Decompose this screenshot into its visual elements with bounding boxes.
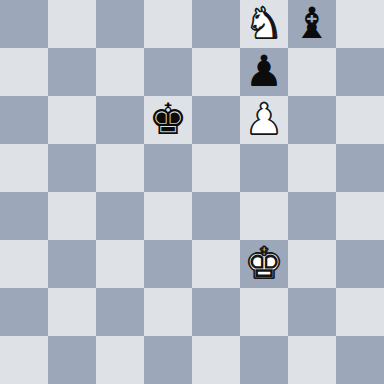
square-e7[interactable]	[192, 48, 240, 96]
square-h8[interactable]	[336, 0, 384, 48]
square-e6[interactable]	[192, 96, 240, 144]
square-f1[interactable]	[240, 336, 288, 384]
square-f6[interactable]: ♟	[240, 96, 288, 144]
white-pawn[interactable]: ♟	[245, 96, 284, 143]
square-a7[interactable]	[0, 48, 48, 96]
square-a1[interactable]	[0, 336, 48, 384]
square-c3[interactable]	[96, 240, 144, 288]
square-b7[interactable]	[48, 48, 96, 96]
square-e1[interactable]	[192, 336, 240, 384]
square-c2[interactable]	[96, 288, 144, 336]
square-f7[interactable]: ♟	[240, 48, 288, 96]
square-a4[interactable]	[0, 192, 48, 240]
square-e8[interactable]	[192, 0, 240, 48]
chess-board: ♞♝♟♚♟♚	[0, 0, 384, 384]
square-b6[interactable]	[48, 96, 96, 144]
square-h6[interactable]	[336, 96, 384, 144]
square-g8[interactable]: ♝	[288, 0, 336, 48]
square-f5[interactable]	[240, 144, 288, 192]
square-a6[interactable]	[0, 96, 48, 144]
square-g2[interactable]	[288, 288, 336, 336]
square-d8[interactable]	[144, 0, 192, 48]
square-d4[interactable]	[144, 192, 192, 240]
square-g7[interactable]	[288, 48, 336, 96]
square-c5[interactable]	[96, 144, 144, 192]
square-c1[interactable]	[96, 336, 144, 384]
black-bishop[interactable]: ♝	[293, 0, 332, 47]
square-b3[interactable]	[48, 240, 96, 288]
square-d6[interactable]: ♚	[144, 96, 192, 144]
square-d3[interactable]	[144, 240, 192, 288]
square-f8[interactable]: ♞	[240, 0, 288, 48]
square-b2[interactable]	[48, 288, 96, 336]
square-f3[interactable]: ♚	[240, 240, 288, 288]
square-d5[interactable]	[144, 144, 192, 192]
square-h5[interactable]	[336, 144, 384, 192]
square-e2[interactable]	[192, 288, 240, 336]
square-a3[interactable]	[0, 240, 48, 288]
square-g4[interactable]	[288, 192, 336, 240]
square-c6[interactable]	[96, 96, 144, 144]
square-a2[interactable]	[0, 288, 48, 336]
square-h7[interactable]	[336, 48, 384, 96]
square-b8[interactable]	[48, 0, 96, 48]
square-d2[interactable]	[144, 288, 192, 336]
black-king[interactable]: ♚	[149, 96, 188, 143]
white-knight[interactable]: ♞	[245, 0, 284, 47]
square-g6[interactable]	[288, 96, 336, 144]
square-b4[interactable]	[48, 192, 96, 240]
square-g1[interactable]	[288, 336, 336, 384]
square-d7[interactable]	[144, 48, 192, 96]
square-h3[interactable]	[336, 240, 384, 288]
square-e5[interactable]	[192, 144, 240, 192]
square-f4[interactable]	[240, 192, 288, 240]
square-e3[interactable]	[192, 240, 240, 288]
square-c4[interactable]	[96, 192, 144, 240]
square-h2[interactable]	[336, 288, 384, 336]
black-pawn[interactable]: ♟	[245, 48, 284, 95]
square-c7[interactable]	[96, 48, 144, 96]
square-f2[interactable]	[240, 288, 288, 336]
square-a8[interactable]	[0, 0, 48, 48]
square-a5[interactable]	[0, 144, 48, 192]
square-g3[interactable]	[288, 240, 336, 288]
square-e4[interactable]	[192, 192, 240, 240]
square-h1[interactable]	[336, 336, 384, 384]
square-h4[interactable]	[336, 192, 384, 240]
square-c8[interactable]	[96, 0, 144, 48]
square-b1[interactable]	[48, 336, 96, 384]
square-g5[interactable]	[288, 144, 336, 192]
square-d1[interactable]	[144, 336, 192, 384]
white-king[interactable]: ♚	[245, 240, 284, 287]
square-b5[interactable]	[48, 144, 96, 192]
